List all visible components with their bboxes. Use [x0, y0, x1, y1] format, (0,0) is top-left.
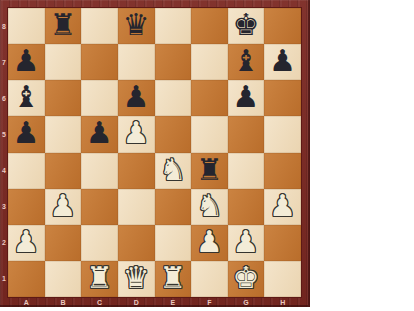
black-king: ♚ — [233, 8, 260, 43]
square-b7[interactable] — [45, 44, 82, 80]
square-d6[interactable]: ♟ — [118, 80, 155, 116]
square-d8[interactable]: ♛ — [118, 8, 155, 44]
white-pawn: ♟ — [123, 116, 150, 151]
square-f3[interactable]: ♞ — [191, 189, 228, 225]
square-d1[interactable]: ♛ — [118, 261, 155, 297]
square-b3[interactable]: ♟ — [45, 189, 82, 225]
square-f1[interactable] — [191, 261, 228, 297]
white-rook: ♜ — [86, 261, 113, 296]
rank-label-1: 1 — [0, 261, 8, 297]
square-c6[interactable] — [81, 80, 118, 116]
black-pawn: ♟ — [13, 44, 40, 79]
square-c3[interactable] — [81, 189, 118, 225]
white-pawn: ♟ — [233, 225, 260, 260]
black-pawn: ♟ — [269, 44, 296, 79]
square-d5[interactable]: ♟ — [118, 116, 155, 152]
black-bishop: ♝ — [233, 44, 260, 79]
square-f7[interactable] — [191, 44, 228, 80]
square-a2[interactable]: ♟ — [8, 225, 45, 261]
square-f2[interactable]: ♟ — [191, 225, 228, 261]
square-d7[interactable] — [118, 44, 155, 80]
square-h6[interactable] — [264, 80, 301, 116]
square-c7[interactable] — [81, 44, 118, 80]
file-label-e: E — [155, 297, 192, 307]
square-b2[interactable] — [45, 225, 82, 261]
white-pawn: ♟ — [13, 225, 40, 260]
square-h8[interactable] — [264, 8, 301, 44]
square-g3[interactable] — [228, 189, 265, 225]
white-pawn: ♟ — [196, 225, 223, 260]
white-knight: ♞ — [159, 153, 186, 188]
square-a6[interactable]: ♝ — [8, 80, 45, 116]
square-b1[interactable] — [45, 261, 82, 297]
square-a3[interactable] — [8, 189, 45, 225]
black-pawn: ♟ — [233, 80, 260, 115]
rank-label-5: 5 — [0, 116, 8, 152]
square-g8[interactable]: ♚ — [228, 8, 265, 44]
rank-label-3: 3 — [0, 189, 8, 225]
square-d3[interactable] — [118, 189, 155, 225]
file-label-f: F — [191, 297, 228, 307]
rank-label-7: 7 — [0, 44, 8, 80]
file-label-a: A — [8, 297, 45, 307]
square-a5[interactable]: ♟ — [8, 116, 45, 152]
square-e1[interactable]: ♜ — [155, 261, 192, 297]
square-g6[interactable]: ♟ — [228, 80, 265, 116]
square-f8[interactable] — [191, 8, 228, 44]
square-c8[interactable] — [81, 8, 118, 44]
white-pawn: ♟ — [49, 189, 76, 224]
square-f6[interactable] — [191, 80, 228, 116]
square-g4[interactable] — [228, 153, 265, 189]
square-b6[interactable] — [45, 80, 82, 116]
file-label-d: D — [118, 297, 155, 307]
square-d4[interactable] — [118, 153, 155, 189]
square-b4[interactable] — [45, 153, 82, 189]
square-e6[interactable] — [155, 80, 192, 116]
square-h4[interactable] — [264, 153, 301, 189]
black-bishop: ♝ — [13, 80, 40, 115]
rank-label-4: 4 — [0, 153, 8, 189]
file-label-h: H — [264, 297, 301, 307]
square-e4[interactable]: ♞ — [155, 153, 192, 189]
square-e8[interactable] — [155, 8, 192, 44]
square-g2[interactable]: ♟ — [228, 225, 265, 261]
square-g5[interactable] — [228, 116, 265, 152]
square-d2[interactable] — [118, 225, 155, 261]
square-b5[interactable] — [45, 116, 82, 152]
black-pawn: ♟ — [86, 116, 113, 151]
square-f5[interactable] — [191, 116, 228, 152]
rank-label-6: 6 — [0, 80, 8, 116]
square-c5[interactable]: ♟ — [81, 116, 118, 152]
white-pawn: ♟ — [269, 189, 296, 224]
square-c2[interactable] — [81, 225, 118, 261]
square-a1[interactable] — [8, 261, 45, 297]
square-e3[interactable] — [155, 189, 192, 225]
square-b8[interactable]: ♜ — [45, 8, 82, 44]
square-c1[interactable]: ♜ — [81, 261, 118, 297]
square-g1[interactable]: ♚ — [228, 261, 265, 297]
square-h1[interactable] — [264, 261, 301, 297]
square-f4[interactable]: ♜ — [191, 153, 228, 189]
square-a4[interactable] — [8, 153, 45, 189]
square-h2[interactable] — [264, 225, 301, 261]
black-queen: ♛ — [123, 8, 150, 43]
file-label-g: G — [228, 297, 265, 307]
rank-label-8: 8 — [0, 8, 8, 44]
square-a7[interactable]: ♟ — [8, 44, 45, 80]
square-e2[interactable] — [155, 225, 192, 261]
square-h3[interactable]: ♟ — [264, 189, 301, 225]
white-queen: ♛ — [123, 261, 150, 296]
chess-board-frame: ♜♛♚♟♝♟♝♟♟♟♟♟♞♜♟♞♟♟♟♟♜♛♜♚ 87654321 ABCDEF… — [0, 0, 310, 307]
black-pawn: ♟ — [123, 80, 150, 115]
rank-label-2: 2 — [0, 225, 8, 261]
file-label-b: B — [45, 297, 82, 307]
white-king: ♚ — [233, 261, 260, 296]
square-e5[interactable] — [155, 116, 192, 152]
white-rook: ♜ — [159, 261, 186, 296]
square-g7[interactable]: ♝ — [228, 44, 265, 80]
square-e7[interactable] — [155, 44, 192, 80]
square-h7[interactable]: ♟ — [264, 44, 301, 80]
board-squares: ♜♛♚♟♝♟♝♟♟♟♟♟♞♜♟♞♟♟♟♟♜♛♜♚ — [8, 8, 301, 297]
square-c4[interactable] — [81, 153, 118, 189]
square-h5[interactable] — [264, 116, 301, 152]
page: ♜♛♚♟♝♟♝♟♟♟♟♟♞♜♟♞♟♟♟♟♜♛♜♚ 87654321 ABCDEF… — [0, 0, 414, 311]
file-label-c: C — [81, 297, 118, 307]
black-pawn: ♟ — [13, 116, 40, 151]
square-a8[interactable] — [8, 8, 45, 44]
white-knight: ♞ — [196, 189, 223, 224]
black-rook: ♜ — [196, 153, 223, 188]
black-rook: ♜ — [49, 8, 76, 43]
